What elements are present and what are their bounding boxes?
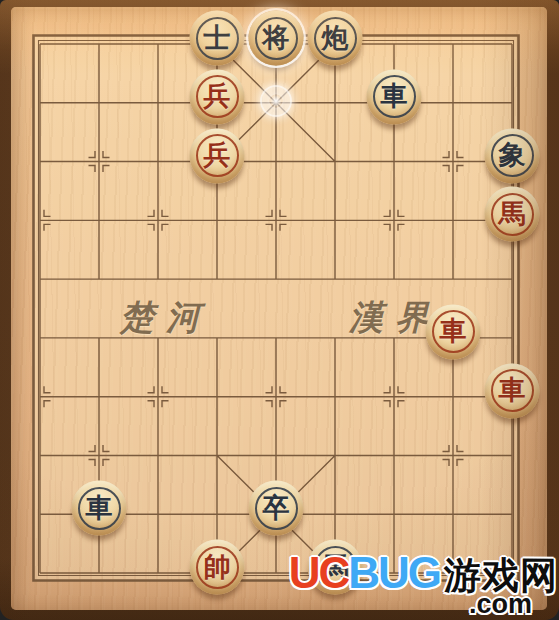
piece-character: 象 [499, 142, 526, 169]
piece-character: 兵 [204, 142, 231, 169]
piece-character: 車 [86, 495, 113, 522]
watermark-uc-text: UC [289, 553, 349, 593]
xiangqi-piece-black-chariot[interactable]: 車 [72, 481, 127, 536]
xiangqi-piece-black-chariot[interactable]: 車 [367, 69, 422, 124]
piece-character: 将 [263, 25, 290, 52]
piece-ring: 馬 [491, 193, 534, 236]
piece-character: 炮 [322, 25, 349, 52]
piece-ring: 車 [373, 75, 416, 118]
piece-ring: 兵 [196, 75, 239, 118]
piece-ring: 兵 [196, 134, 239, 177]
piece-ring: 炮 [314, 17, 357, 60]
piece-character: 士 [204, 25, 231, 52]
xiangqi-game-screen: 楚河 漢界 士将炮兵車兵象馬車車車卒帥馬 UCBUG游戏网 .com [0, 0, 559, 620]
piece-ring: 車 [432, 310, 475, 353]
xiangqi-piece-red-horse[interactable]: 馬 [485, 187, 540, 242]
piece-ring: 車 [78, 487, 121, 530]
piece-character: 車 [499, 377, 526, 404]
xiangqi-piece-red-soldier[interactable]: 兵 [190, 128, 245, 183]
piece-character: 卒 [263, 495, 290, 522]
watermark-bug-text: BUG [348, 553, 440, 593]
xiangqi-board[interactable]: 楚河 漢界 士将炮兵車兵象馬車車車卒帥馬 [0, 0, 559, 620]
piece-character: 車 [440, 318, 467, 345]
piece-character: 車 [381, 83, 408, 110]
xiangqi-piece-black-general[interactable]: 将 [249, 11, 304, 66]
watermark: UCBUG游戏网 .com [289, 553, 558, 618]
xiangqi-piece-black-elephant[interactable]: 象 [485, 128, 540, 183]
xiangqi-piece-red-soldier[interactable]: 兵 [190, 69, 245, 124]
xiangqi-piece-black-soldier[interactable]: 卒 [249, 481, 304, 536]
move-highlight-sparkle [260, 85, 292, 117]
piece-ring: 車 [491, 369, 534, 412]
piece-character: 馬 [499, 201, 526, 228]
watermark-site-text: 游戏网 [444, 558, 558, 593]
xiangqi-piece-red-chariot[interactable]: 車 [426, 304, 481, 359]
xiangqi-piece-black-cannon[interactable]: 炮 [308, 11, 363, 66]
piece-ring: 帥 [196, 546, 239, 589]
xiangqi-piece-red-general[interactable]: 帥 [190, 540, 245, 595]
xiangqi-piece-black-advisor[interactable]: 士 [190, 11, 245, 66]
piece-character: 兵 [204, 83, 231, 110]
piece-ring: 将 [255, 17, 298, 60]
piece-ring: 士 [196, 17, 239, 60]
piece-character: 帥 [204, 554, 231, 581]
piece-ring: 卒 [255, 487, 298, 530]
piece-ring: 象 [491, 134, 534, 177]
xiangqi-piece-red-chariot[interactable]: 車 [485, 363, 540, 418]
